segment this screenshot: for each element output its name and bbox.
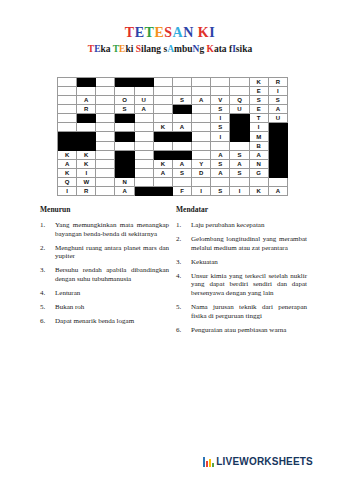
grid-cell[interactable] — [211, 178, 230, 187]
grid-cell[interactable]: A — [211, 169, 230, 178]
colored-letter: ilang — [141, 44, 163, 54]
clue-text: Dapat menarik benda logam — [55, 317, 169, 326]
clue-text: Bersuhu rendah apabila dibandingkan deng… — [55, 266, 169, 283]
grid-cell-black — [77, 132, 96, 141]
grid-cell[interactable] — [154, 178, 173, 187]
clue-text: Penguraian atau pembiasan warna — [191, 326, 307, 335]
grid-cell[interactable] — [77, 87, 96, 96]
grid-cell[interactable]: E — [250, 105, 269, 114]
liveworksheets-link[interactable]: LIVEWORKSHEETS — [203, 456, 313, 467]
clues-down-section: Menurun 1.Yang memungkinkan mata menangk… — [40, 205, 169, 331]
grid-cell-black — [269, 142, 288, 151]
grid-cell[interactable]: R — [77, 105, 96, 114]
grid-cell-black — [115, 151, 134, 160]
grid-cell[interactable] — [96, 169, 115, 178]
colored-letter: S — [164, 25, 172, 40]
grid-cell-black — [269, 160, 288, 169]
grid-cell[interactable] — [58, 87, 77, 96]
grid-cell[interactable] — [96, 132, 115, 141]
colored-letter: A — [167, 44, 174, 54]
grid-cell[interactable]: S — [173, 96, 192, 105]
grid-cell-black — [77, 78, 96, 87]
grid-cell[interactable] — [269, 178, 288, 187]
clue-number: 4. — [176, 272, 191, 298]
grid-cell[interactable]: G — [250, 169, 269, 178]
grid-cell[interactable] — [154, 78, 173, 87]
grid-cell[interactable]: A — [77, 96, 96, 105]
grid-cell[interactable]: A — [135, 105, 154, 114]
grid-cell-black — [135, 187, 154, 196]
grid-cell[interactable] — [154, 96, 173, 105]
clue-number: 5. — [40, 303, 55, 312]
grid-cell[interactable] — [192, 114, 211, 123]
grid-cell[interactable] — [135, 151, 154, 160]
grid-cell[interactable] — [192, 123, 211, 132]
grid-cell[interactable] — [173, 114, 192, 123]
grid-cell[interactable] — [58, 96, 77, 105]
grid-cell-black — [269, 132, 288, 141]
grid-cell[interactable]: A — [269, 105, 288, 114]
grid-cell[interactable]: A — [173, 123, 192, 132]
clue-number: 2. — [40, 244, 55, 261]
grid-cell[interactable]: W — [77, 178, 96, 187]
grid-cell[interactable]: S — [211, 160, 230, 169]
grid-cell[interactable] — [154, 87, 173, 96]
grid-cell[interactable]: U — [269, 114, 288, 123]
grid-cell[interactable] — [230, 78, 249, 87]
grid-cell[interactable]: R — [269, 78, 288, 87]
colored-letter: K — [207, 44, 214, 54]
grid-cell[interactable]: K — [250, 78, 269, 87]
grid-cell-black — [173, 151, 192, 160]
grid-cell[interactable]: M — [250, 132, 269, 141]
icon-bar — [206, 461, 208, 467]
colored-letter: sika — [236, 44, 252, 54]
colored-letter: T — [145, 25, 155, 40]
grid-cell[interactable]: A — [211, 151, 230, 160]
colored-letter: E — [154, 25, 164, 40]
grid-cell-black — [154, 187, 173, 196]
grid-cell[interactable] — [135, 169, 154, 178]
clue-text: Laju perubahan kecepatan — [191, 221, 307, 230]
crossword-grid: KREIAOUSAVQSSRSASUEAITUKASIIMBKKASAAKKAY… — [57, 77, 288, 196]
grid-cell[interactable]: A — [230, 160, 249, 169]
clue-item: 6.Dapat menarik benda logam — [40, 317, 169, 326]
grid-cell[interactable]: V — [211, 96, 230, 105]
clue-text: Yang memungkinkan mata menangkap bayanga… — [55, 221, 169, 238]
grid-cell[interactable]: A — [154, 169, 173, 178]
grid-cell[interactable] — [192, 142, 211, 151]
grid-cell[interactable]: Q — [58, 178, 77, 187]
grid-cell-black — [115, 169, 134, 178]
grid-cell[interactable]: I — [230, 187, 249, 196]
grid-cell[interactable]: N — [250, 160, 269, 169]
clue-text: Nama jurusan teknik dari penerapan fisik… — [191, 303, 307, 320]
grid-cell[interactable] — [230, 178, 249, 187]
colored-letter: A — [173, 25, 184, 40]
grid-cell[interactable] — [173, 142, 192, 151]
grid-cell[interactable]: S — [211, 123, 230, 132]
grid-cell[interactable] — [154, 114, 173, 123]
grid-cell[interactable]: S — [173, 169, 192, 178]
grid-cell-black — [269, 151, 288, 160]
grid-cell[interactable]: A — [269, 187, 288, 196]
grid-cell[interactable]: U — [135, 96, 154, 105]
grid-cell[interactable]: S — [269, 96, 288, 105]
grid-cell-black — [173, 132, 192, 141]
grid-cell[interactable] — [135, 123, 154, 132]
grid-cell[interactable]: S — [230, 169, 249, 178]
grid-cell-black — [230, 123, 249, 132]
brand-name: LIVEWORKSHEETS — [216, 456, 313, 467]
grid-cell[interactable] — [115, 87, 134, 96]
clue-number: 6. — [176, 326, 191, 335]
grid-cell[interactable] — [211, 78, 230, 87]
grid-cell[interactable] — [250, 178, 269, 187]
grid-cell[interactable] — [96, 142, 115, 151]
colored-letter: ka — [100, 44, 112, 54]
grid-cell[interactable] — [135, 178, 154, 187]
colored-letter: K — [198, 25, 209, 40]
grid-cell-black — [115, 132, 134, 141]
grid-cell[interactable] — [135, 132, 154, 141]
grid-cell[interactable]: A — [58, 160, 77, 169]
grid-cell-black — [77, 114, 96, 123]
grid-cell[interactable] — [96, 123, 115, 132]
grid-cell[interactable] — [115, 142, 134, 151]
grid-cell[interactable]: S — [250, 96, 269, 105]
grid-cell-black — [135, 78, 154, 87]
grid-cell[interactable]: Y — [192, 160, 211, 169]
grid-cell[interactable] — [173, 78, 192, 87]
grid-cell[interactable] — [96, 105, 115, 114]
colored-letter: N — [183, 25, 194, 40]
grid-cell[interactable]: I — [58, 187, 77, 196]
clue-text: Unsur kimia yang terkecil setelah nuklir… — [191, 272, 307, 298]
grid-cell[interactable]: I — [211, 114, 230, 123]
grid-cell[interactable]: A — [173, 160, 192, 169]
clues-across-list: 1.Laju perubahan kecepatan2.Gelombang lo… — [176, 221, 307, 334]
grid-cell-black — [115, 114, 134, 123]
grid-cell[interactable] — [135, 160, 154, 169]
grid-cell[interactable]: K — [250, 187, 269, 196]
colored-letter: g — [199, 44, 206, 54]
clue-number: 3. — [176, 258, 191, 267]
grid-cell[interactable]: A — [250, 151, 269, 160]
grid-cell[interactable]: K — [77, 151, 96, 160]
grid-cell[interactable] — [173, 87, 192, 96]
grid-cell[interactable]: K — [154, 123, 173, 132]
clues-down-heading: Menurun — [40, 205, 169, 214]
grid-cell[interactable]: Q — [230, 96, 249, 105]
clue-item: 2.Gelombang longitudinal yang merambat m… — [176, 235, 307, 252]
grid-cell[interactable]: D — [192, 169, 211, 178]
grid-cell[interactable] — [192, 105, 211, 114]
grid-cell[interactable] — [192, 178, 211, 187]
grid-cell[interactable]: A — [115, 187, 134, 196]
icon-bar — [212, 463, 214, 467]
grid-cell[interactable] — [192, 78, 211, 87]
grid-cell-black — [154, 151, 173, 160]
grid-cell-black — [230, 132, 249, 141]
grid-cell[interactable] — [173, 178, 192, 187]
grid-cell[interactable] — [58, 105, 77, 114]
colored-letter: I — [209, 25, 215, 40]
grid-cell[interactable] — [58, 78, 77, 87]
clue-number: 1. — [40, 221, 55, 238]
grid-cell[interactable] — [192, 132, 211, 141]
grid-cell[interactable]: F — [173, 187, 192, 196]
grid-cell[interactable]: A — [192, 96, 211, 105]
grid-cell[interactable] — [96, 87, 115, 96]
grid-cell-black — [269, 123, 288, 132]
grid-cell[interactable] — [115, 123, 134, 132]
grid-cell[interactable]: K — [58, 169, 77, 178]
colored-letter: ata — [214, 44, 229, 54]
clue-number: 6. — [40, 317, 55, 326]
clue-number: 5. — [176, 303, 191, 320]
icon-bar — [209, 459, 211, 467]
colored-letter: ki — [125, 44, 135, 54]
grid-cell[interactable] — [154, 142, 173, 151]
grid-cell[interactable] — [96, 178, 115, 187]
grid-cell[interactable] — [211, 87, 230, 96]
grid-cell-black — [58, 132, 77, 141]
grid-cell-black — [173, 105, 192, 114]
grid-cell[interactable]: K — [77, 160, 96, 169]
clue-item: 3.Bersuhu rendah apabila dibandingkan de… — [40, 266, 169, 283]
clue-item: 4.Unsur kimia yang terkecil setelah nukl… — [176, 272, 307, 298]
grid-cell-black — [154, 132, 173, 141]
clue-number: 3. — [40, 266, 55, 283]
grid-cell[interactable] — [135, 87, 154, 96]
grid-cell[interactable]: S — [230, 151, 249, 160]
clue-text: Lenturan — [55, 289, 169, 298]
page-title: TETESAN KI — [0, 25, 340, 41]
clue-item: 6.Penguraian atau pembiasan warna — [176, 326, 307, 335]
liveworksheets-barchart-icon — [203, 456, 214, 467]
grid-cell-black — [58, 142, 77, 151]
grid-cell[interactable] — [96, 114, 115, 123]
grid-cell[interactable] — [230, 142, 249, 151]
grid-cell-black — [115, 78, 134, 87]
grid-cell[interactable]: U — [230, 105, 249, 114]
clues-across-section: Mendatar 1.Laju perubahan kecepatan2.Gel… — [176, 205, 307, 340]
grid-cell[interactable]: S — [211, 187, 230, 196]
grid-cell[interactable] — [96, 160, 115, 169]
grid-cell[interactable]: K — [58, 151, 77, 160]
grid-cell[interactable] — [96, 187, 115, 196]
clue-number: 4. — [40, 289, 55, 298]
clue-item: 5.Nama jurusan teknik dari penerapan fis… — [176, 303, 307, 320]
grid-cell[interactable] — [135, 142, 154, 151]
grid-cell[interactable] — [96, 78, 115, 87]
grid-cell[interactable]: T — [250, 114, 269, 123]
clue-item: 5.Bukan roh — [40, 303, 169, 312]
grid-cell[interactable]: S — [115, 105, 134, 114]
grid-cell-black — [230, 114, 249, 123]
grid-cell[interactable] — [58, 123, 77, 132]
colored-letter: T — [125, 25, 135, 40]
grid-cell[interactable] — [192, 87, 211, 96]
grid-cell[interactable]: O — [115, 96, 134, 105]
grid-cell[interactable] — [58, 114, 77, 123]
grid-cell[interactable]: B — [250, 142, 269, 151]
grid-cell[interactable]: N — [115, 178, 134, 187]
clue-item: 2.Menghuni ruang antara planet mars dan … — [40, 244, 169, 261]
grid-cell[interactable]: I — [77, 169, 96, 178]
page-subtitle: TEka TEki Silang sAmbuNg Kata fIsika — [0, 44, 340, 54]
grid-cell[interactable] — [192, 151, 211, 160]
grid-cell[interactable]: E — [250, 87, 269, 96]
grid-cell[interactable]: I — [192, 187, 211, 196]
clue-number: 2. — [176, 235, 191, 252]
grid-cell-black — [269, 169, 288, 178]
colored-letter: mbu — [174, 44, 192, 54]
worksheet-page: TETESAN KI TEka TEki Silang sAmbuNg Kata… — [0, 0, 340, 480]
colored-letter: E — [135, 25, 145, 40]
clue-number: 1. — [176, 221, 191, 230]
grid-cell[interactable]: I — [211, 132, 230, 141]
clue-item: 3.Kekuatan — [176, 258, 307, 267]
grid-cell[interactable] — [211, 142, 230, 151]
grid-cell[interactable] — [96, 96, 115, 105]
grid-cell[interactable] — [77, 123, 96, 132]
grid-cell[interactable]: S — [211, 105, 230, 114]
grid-cell[interactable] — [96, 151, 115, 160]
grid-cell[interactable] — [135, 114, 154, 123]
grid-cell-black — [77, 142, 96, 151]
clue-text: Gelombang longitudinal yang merambat mel… — [191, 235, 307, 252]
grid-cell[interactable]: I — [250, 123, 269, 132]
clues-across-heading: Mendatar — [176, 205, 307, 214]
clue-item: 4.Lenturan — [40, 289, 169, 298]
clue-text: Menghuni ruang antara planet mars dan yu… — [55, 244, 169, 261]
grid-cell[interactable]: I — [269, 87, 288, 96]
clue-item: 1.Yang memungkinkan mata menangkap bayan… — [40, 221, 169, 238]
grid-cell[interactable] — [230, 87, 249, 96]
grid-cell[interactable]: R — [77, 187, 96, 196]
grid-cell-black — [115, 160, 134, 169]
clue-text: Bukan roh — [55, 303, 169, 312]
clue-text: Kekuatan — [191, 258, 307, 267]
grid-cell[interactable]: K — [154, 160, 173, 169]
grid-cell[interactable] — [154, 105, 173, 114]
clues-down-list: 1.Yang memungkinkan mata menangkap bayan… — [40, 221, 169, 326]
icon-bar — [203, 457, 205, 467]
clue-item: 1.Laju perubahan kecepatan — [176, 221, 307, 230]
